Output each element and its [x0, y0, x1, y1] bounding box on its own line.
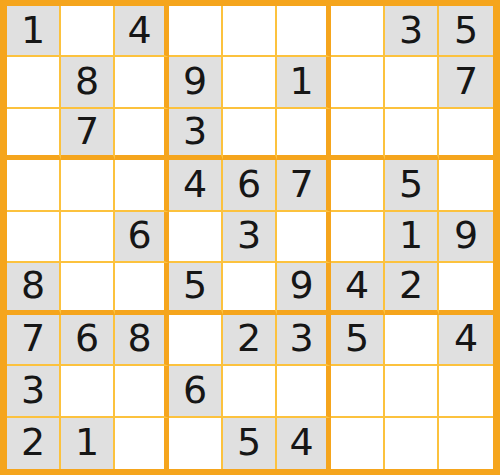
cell-r2c9[interactable]: 7	[439, 57, 493, 108]
cell-r5c2[interactable]	[61, 212, 115, 263]
cell-r7c7[interactable]: 5	[331, 315, 385, 366]
cell-r5c6[interactable]	[277, 212, 331, 263]
cell-r8c3[interactable]	[115, 366, 169, 417]
cell-r4c9[interactable]	[439, 160, 493, 211]
cell-r9c3[interactable]	[115, 418, 169, 469]
cell-r6c1[interactable]: 8	[7, 263, 61, 314]
cell-r4c4[interactable]: 4	[169, 160, 223, 211]
cell-r2c2[interactable]: 8	[61, 57, 115, 108]
cell-r9c7[interactable]	[331, 418, 385, 469]
cell-r7c3[interactable]: 8	[115, 315, 169, 366]
cell-r8c7[interactable]	[331, 366, 385, 417]
cell-r3c1[interactable]	[7, 109, 61, 160]
sudoku-board: 143589177346756319859427682354362154	[0, 0, 500, 475]
cell-r1c5[interactable]	[223, 6, 277, 57]
cell-r4c8[interactable]: 5	[385, 160, 439, 211]
cell-r3c5[interactable]	[223, 109, 277, 160]
cell-r7c1[interactable]: 7	[7, 315, 61, 366]
cell-r2c5[interactable]	[223, 57, 277, 108]
cell-r2c4[interactable]: 9	[169, 57, 223, 108]
cell-r4c1[interactable]	[7, 160, 61, 211]
cell-r6c9[interactable]	[439, 263, 493, 314]
cell-r2c3[interactable]	[115, 57, 169, 108]
cell-r3c4[interactable]: 3	[169, 109, 223, 160]
cell-r3c8[interactable]	[385, 109, 439, 160]
cell-r6c3[interactable]	[115, 263, 169, 314]
cell-r5c1[interactable]	[7, 212, 61, 263]
cell-r8c2[interactable]	[61, 366, 115, 417]
cell-r1c7[interactable]	[331, 6, 385, 57]
cell-r4c2[interactable]	[61, 160, 115, 211]
cell-r5c8[interactable]: 1	[385, 212, 439, 263]
cell-r2c8[interactable]	[385, 57, 439, 108]
cell-r8c4[interactable]: 6	[169, 366, 223, 417]
cell-r1c4[interactable]	[169, 6, 223, 57]
cell-r9c1[interactable]: 2	[7, 418, 61, 469]
cell-r5c9[interactable]: 9	[439, 212, 493, 263]
cell-r5c5[interactable]: 3	[223, 212, 277, 263]
cell-r6c7[interactable]: 4	[331, 263, 385, 314]
cell-r5c4[interactable]	[169, 212, 223, 263]
cell-r9c8[interactable]	[385, 418, 439, 469]
cell-r8c8[interactable]	[385, 366, 439, 417]
cell-r6c2[interactable]	[61, 263, 115, 314]
cell-r4c5[interactable]: 6	[223, 160, 277, 211]
cell-r5c7[interactable]	[331, 212, 385, 263]
cell-r1c6[interactable]	[277, 6, 331, 57]
cell-r9c5[interactable]: 5	[223, 418, 277, 469]
cell-r9c4[interactable]	[169, 418, 223, 469]
cell-r6c4[interactable]: 5	[169, 263, 223, 314]
cell-r9c6[interactable]: 4	[277, 418, 331, 469]
cell-r8c9[interactable]	[439, 366, 493, 417]
cell-r7c5[interactable]: 2	[223, 315, 277, 366]
cell-r1c9[interactable]: 5	[439, 6, 493, 57]
cell-r6c5[interactable]	[223, 263, 277, 314]
cell-r2c6[interactable]: 1	[277, 57, 331, 108]
cell-r8c6[interactable]	[277, 366, 331, 417]
cell-r7c4[interactable]	[169, 315, 223, 366]
cell-r7c9[interactable]: 4	[439, 315, 493, 366]
cell-r3c2[interactable]: 7	[61, 109, 115, 160]
cell-r6c6[interactable]: 9	[277, 263, 331, 314]
cell-r2c1[interactable]	[7, 57, 61, 108]
cell-r4c7[interactable]	[331, 160, 385, 211]
cell-r9c2[interactable]: 1	[61, 418, 115, 469]
cell-r7c8[interactable]	[385, 315, 439, 366]
cell-r3c6[interactable]	[277, 109, 331, 160]
cell-r1c1[interactable]: 1	[7, 6, 61, 57]
cell-r3c3[interactable]	[115, 109, 169, 160]
cell-r7c6[interactable]: 3	[277, 315, 331, 366]
cell-r7c2[interactable]: 6	[61, 315, 115, 366]
cell-r6c8[interactable]: 2	[385, 263, 439, 314]
cell-r2c7[interactable]	[331, 57, 385, 108]
cell-r1c2[interactable]	[61, 6, 115, 57]
cell-r3c9[interactable]	[439, 109, 493, 160]
cell-r1c8[interactable]: 3	[385, 6, 439, 57]
cell-r1c3[interactable]: 4	[115, 6, 169, 57]
cell-r3c7[interactable]	[331, 109, 385, 160]
cell-r4c3[interactable]	[115, 160, 169, 211]
cell-r8c5[interactable]	[223, 366, 277, 417]
cell-r8c1[interactable]: 3	[7, 366, 61, 417]
cell-r9c9[interactable]	[439, 418, 493, 469]
cell-r4c6[interactable]: 7	[277, 160, 331, 211]
cell-r5c3[interactable]: 6	[115, 212, 169, 263]
